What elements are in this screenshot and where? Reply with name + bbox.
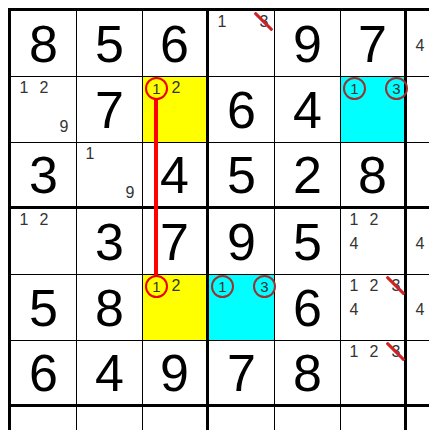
cell-value: 7 xyxy=(209,341,274,404)
elimination-slash xyxy=(386,276,406,296)
candidate-1: 1 xyxy=(80,144,100,164)
candidate-4: 4 xyxy=(344,234,364,254)
cell-r5c1[interactable]: 5 xyxy=(11,275,77,341)
cell-r3c1[interactable]: 3 xyxy=(11,143,77,209)
sudoku-app-screenshot: 8561397412971264133194528123795124458121… xyxy=(0,0,429,430)
cell-value: 3 xyxy=(77,209,142,274)
candidate-2: 2 xyxy=(364,276,384,296)
cell-value: 9 xyxy=(143,341,206,404)
cell-r2c4[interactable]: 6 xyxy=(209,77,275,143)
cell-value: 4 xyxy=(275,77,340,142)
cell-r5c3[interactable]: 12 xyxy=(143,275,209,341)
candidate-3: 3 xyxy=(386,342,406,362)
cell-r6c3[interactable]: 9 xyxy=(143,341,209,407)
candidate-1: 1 xyxy=(212,12,232,32)
cell-r4c4[interactable]: 9 xyxy=(209,209,275,275)
cell-value: 8 xyxy=(77,275,142,340)
candidate-4: 4 xyxy=(410,300,429,320)
cell-r3c4[interactable]: 5 xyxy=(209,143,275,209)
candidate-3: 3 xyxy=(254,12,274,32)
cell-r5c2[interactable]: 8 xyxy=(77,275,143,341)
cell-r3c7[interactable] xyxy=(407,143,429,209)
candidate-3-circled: 3 xyxy=(385,77,408,100)
cell-value: 8 xyxy=(11,11,76,76)
cell-r1c5[interactable]: 9 xyxy=(275,11,341,77)
cell-value: 5 xyxy=(209,143,274,206)
cell-value: 4 xyxy=(77,341,142,404)
cell-r4c3[interactable]: 7 xyxy=(143,209,209,275)
cell-r2c6[interactable]: 13 xyxy=(341,77,407,143)
cell-r4c1[interactable]: 12 xyxy=(11,209,77,275)
sudoku-board: 8561397412971264133194528123795124458121… xyxy=(8,8,429,430)
cell-value: 2 xyxy=(275,143,340,206)
cell-r2c5[interactable]: 4 xyxy=(275,77,341,143)
cell-value: 6 xyxy=(11,341,76,404)
cell-r1c6[interactable]: 7 xyxy=(341,11,407,77)
cell-value: 5 xyxy=(275,209,340,274)
elimination-slash xyxy=(254,12,274,32)
candidate-1-circled: 1 xyxy=(145,77,168,100)
cell-value: 3 xyxy=(11,143,76,206)
cell-r2c1[interactable]: 129 xyxy=(11,77,77,143)
candidate-1-circled: 1 xyxy=(145,275,168,298)
cell-value: 9 xyxy=(275,11,340,76)
candidate-1-circled: 1 xyxy=(343,77,366,100)
cell-r7c2[interactable] xyxy=(77,407,143,430)
cell-r5c4[interactable]: 13 xyxy=(209,275,275,341)
cell-value: 6 xyxy=(143,11,206,76)
cell-r5c7[interactable]: 4 xyxy=(407,275,429,341)
cell-value: 8 xyxy=(341,143,404,206)
candidate-4: 4 xyxy=(344,300,364,320)
cell-r5c6[interactable]: 1234 xyxy=(341,275,407,341)
cell-r7c3[interactable] xyxy=(143,407,209,430)
cell-value: 6 xyxy=(275,275,340,340)
cell-r3c3[interactable]: 4 xyxy=(143,143,209,209)
candidate-1: 1 xyxy=(344,276,364,296)
candidate-3-circled: 3 xyxy=(253,275,276,298)
cell-r7c4[interactable] xyxy=(209,407,275,430)
cell-r4c6[interactable]: 124 xyxy=(341,209,407,275)
candidate-1: 1 xyxy=(344,342,364,362)
cell-r4c7[interactable]: 4 xyxy=(407,209,429,275)
cell-r7c5[interactable] xyxy=(275,407,341,430)
cell-value: 7 xyxy=(77,77,142,142)
cell-value: 9 xyxy=(209,209,274,274)
cell-r3c6[interactable]: 8 xyxy=(341,143,407,209)
cell-value: 4 xyxy=(143,143,206,206)
cell-r6c4[interactable]: 7 xyxy=(209,341,275,407)
cell-r2c7[interactable] xyxy=(407,77,429,143)
cell-r7c6[interactable] xyxy=(341,407,407,430)
cell-r5c5[interactable]: 6 xyxy=(275,275,341,341)
cell-r6c1[interactable]: 6 xyxy=(11,341,77,407)
cell-r7c1[interactable] xyxy=(11,407,77,430)
candidate-2: 2 xyxy=(166,276,186,296)
candidate-9: 9 xyxy=(120,183,140,203)
candidate-2: 2 xyxy=(364,210,384,230)
candidate-1: 1 xyxy=(344,210,364,230)
candidate-2: 2 xyxy=(34,210,54,230)
cell-value: 5 xyxy=(11,275,76,340)
cell-r6c6[interactable]: 123 xyxy=(341,341,407,407)
chain-link-line xyxy=(154,98,158,276)
cell-value: 5 xyxy=(77,11,142,76)
cell-r2c3[interactable]: 12 xyxy=(143,77,209,143)
cell-r3c5[interactable]: 2 xyxy=(275,143,341,209)
cell-value: 6 xyxy=(209,77,274,142)
cell-r4c2[interactable]: 3 xyxy=(77,209,143,275)
candidate-4: 4 xyxy=(410,36,429,56)
candidate-2: 2 xyxy=(166,78,186,98)
candidate-1: 1 xyxy=(14,210,34,230)
cell-r1c3[interactable]: 6 xyxy=(143,11,209,77)
candidate-1-circled: 1 xyxy=(211,275,234,298)
candidate-9: 9 xyxy=(54,117,74,137)
cell-r3c2[interactable]: 19 xyxy=(77,143,143,209)
cell-r6c2[interactable]: 4 xyxy=(77,341,143,407)
candidate-3: 3 xyxy=(386,276,406,296)
candidate-2: 2 xyxy=(364,342,384,362)
cell-r6c7[interactable] xyxy=(407,341,429,407)
cell-value: 7 xyxy=(143,209,206,274)
cell-r6c5[interactable]: 8 xyxy=(275,341,341,407)
cell-r1c4[interactable]: 13 xyxy=(209,11,275,77)
elimination-slash xyxy=(386,342,406,362)
cell-r2c2[interactable]: 7 xyxy=(77,77,143,143)
candidate-2: 2 xyxy=(34,78,54,98)
candidate-4: 4 xyxy=(410,234,429,254)
cell-value: 8 xyxy=(275,341,340,404)
cell-r4c5[interactable]: 5 xyxy=(275,209,341,275)
cell-r1c2[interactable]: 5 xyxy=(77,11,143,77)
cell-value: 7 xyxy=(341,11,404,76)
cell-r1c1[interactable]: 8 xyxy=(11,11,77,77)
cell-r1c7[interactable]: 4 xyxy=(407,11,429,77)
cell-r7c7[interactable] xyxy=(407,407,429,430)
candidate-1: 1 xyxy=(14,78,34,98)
